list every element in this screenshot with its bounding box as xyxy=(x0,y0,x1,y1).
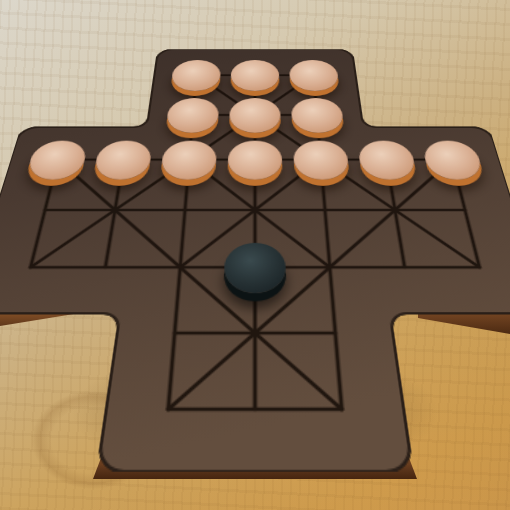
scene xyxy=(0,0,510,510)
goose-piece[interactable] xyxy=(165,98,219,133)
goose-piece[interactable] xyxy=(227,141,282,180)
goose-piece[interactable] xyxy=(293,141,350,180)
goose-piece[interactable] xyxy=(421,141,485,180)
goose-piece[interactable] xyxy=(291,98,345,133)
fox-piece[interactable] xyxy=(223,243,286,293)
goose-piece[interactable] xyxy=(25,141,89,180)
goose-piece[interactable] xyxy=(289,60,340,91)
board-3d-wrapper xyxy=(0,49,510,471)
goose-piece[interactable] xyxy=(170,60,221,91)
goose-piece[interactable] xyxy=(92,141,153,180)
goose-piece[interactable] xyxy=(229,98,281,133)
goose-piece[interactable] xyxy=(357,141,418,180)
goose-piece[interactable] xyxy=(160,141,217,180)
pieces-grid xyxy=(0,57,510,452)
goose-piece[interactable] xyxy=(230,60,279,91)
